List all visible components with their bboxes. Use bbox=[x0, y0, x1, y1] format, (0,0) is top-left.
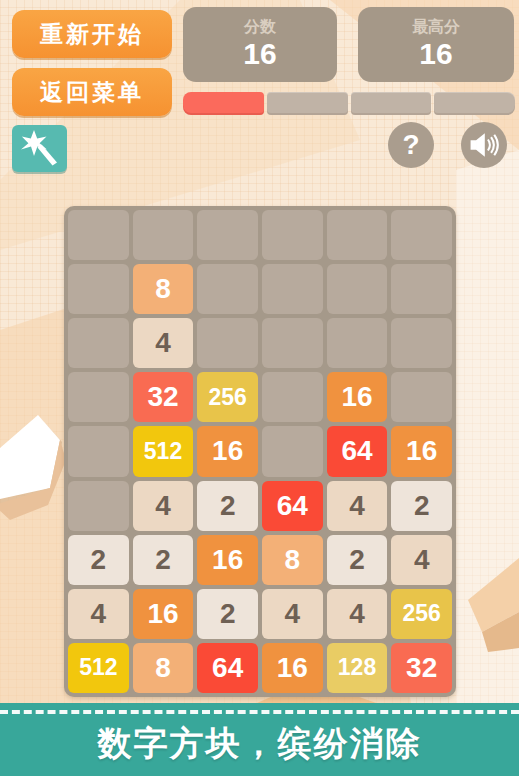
tile-4: 4 bbox=[133, 318, 194, 368]
tile-32: 32 bbox=[133, 372, 194, 422]
empty-cell bbox=[197, 318, 258, 368]
best-score-value: 16 bbox=[419, 37, 452, 72]
tile-16: 16 bbox=[197, 535, 258, 585]
progress-segment-empty bbox=[434, 92, 515, 115]
tile-16: 16 bbox=[262, 643, 323, 693]
progress-segment-empty bbox=[267, 92, 348, 115]
magic-wand-button[interactable] bbox=[12, 125, 67, 172]
tile-64: 64 bbox=[327, 426, 388, 476]
empty-cell bbox=[391, 318, 452, 368]
tile-2: 2 bbox=[197, 589, 258, 639]
empty-cell bbox=[197, 264, 258, 314]
progress-segment-filled bbox=[183, 92, 264, 115]
empty-cell bbox=[68, 210, 129, 260]
tile-8: 8 bbox=[133, 643, 194, 693]
empty-cell bbox=[391, 372, 452, 422]
tile-512: 512 bbox=[68, 643, 129, 693]
tile-64: 64 bbox=[197, 643, 258, 693]
empty-cell bbox=[68, 426, 129, 476]
tile-16: 16 bbox=[391, 426, 452, 476]
tile-4: 4 bbox=[133, 481, 194, 531]
tile-2: 2 bbox=[197, 481, 258, 531]
empty-cell bbox=[68, 481, 129, 531]
empty-cell bbox=[327, 318, 388, 368]
tile-256: 256 bbox=[197, 372, 258, 422]
banner-dashed-line bbox=[0, 710, 519, 714]
tile-16: 16 bbox=[197, 426, 258, 476]
tile-256: 256 bbox=[391, 589, 452, 639]
app-canvas: 重新开始 返回菜单 分数 16 最高分 16 ? bbox=[0, 0, 519, 776]
best-score-panel: 最高分 16 bbox=[358, 7, 514, 82]
tile-2: 2 bbox=[391, 481, 452, 531]
score-panel: 分数 16 bbox=[183, 7, 337, 82]
empty-cell bbox=[391, 264, 452, 314]
empty-cell bbox=[327, 264, 388, 314]
speaker-icon bbox=[468, 130, 500, 160]
tile-4: 4 bbox=[327, 589, 388, 639]
tile-4: 4 bbox=[327, 481, 388, 531]
tile-16: 16 bbox=[133, 589, 194, 639]
empty-cell bbox=[197, 210, 258, 260]
empty-cell bbox=[68, 372, 129, 422]
board[interactable]: 8432256165121664164264422216824416244256… bbox=[64, 206, 456, 697]
help-button[interactable]: ? bbox=[388, 122, 434, 168]
bottom-banner: 数字方块，缤纷消除 bbox=[0, 703, 519, 776]
tile-16: 16 bbox=[327, 372, 388, 422]
back-to-menu-button[interactable]: 返回菜单 bbox=[12, 68, 172, 116]
tile-8: 8 bbox=[262, 535, 323, 585]
restart-button[interactable]: 重新开始 bbox=[12, 10, 172, 58]
empty-cell bbox=[262, 426, 323, 476]
empty-cell bbox=[68, 318, 129, 368]
question-mark-icon: ? bbox=[402, 129, 419, 161]
empty-cell bbox=[327, 210, 388, 260]
tile-4: 4 bbox=[68, 589, 129, 639]
best-score-label: 最高分 bbox=[412, 17, 460, 37]
empty-cell bbox=[262, 264, 323, 314]
score-label: 分数 bbox=[244, 17, 276, 37]
tile-4: 4 bbox=[262, 589, 323, 639]
empty-cell bbox=[68, 264, 129, 314]
empty-cell bbox=[133, 210, 194, 260]
tile-2: 2 bbox=[327, 535, 388, 585]
banner-title: 数字方块，缤纷消除 bbox=[0, 721, 519, 767]
tile-64: 64 bbox=[262, 481, 323, 531]
empty-cell bbox=[262, 210, 323, 260]
empty-cell bbox=[262, 318, 323, 368]
tile-4: 4 bbox=[391, 535, 452, 585]
tile-32: 32 bbox=[391, 643, 452, 693]
progress-bar bbox=[183, 92, 515, 115]
magic-wand-icon bbox=[20, 130, 60, 168]
tile-2: 2 bbox=[133, 535, 194, 585]
tile-128: 128 bbox=[327, 643, 388, 693]
score-value: 16 bbox=[243, 37, 276, 72]
progress-segment-empty bbox=[351, 92, 432, 115]
tile-8: 8 bbox=[133, 264, 194, 314]
empty-cell bbox=[262, 372, 323, 422]
tile-512: 512 bbox=[133, 426, 194, 476]
sound-button[interactable] bbox=[461, 122, 507, 168]
empty-cell bbox=[391, 210, 452, 260]
tile-2: 2 bbox=[68, 535, 129, 585]
